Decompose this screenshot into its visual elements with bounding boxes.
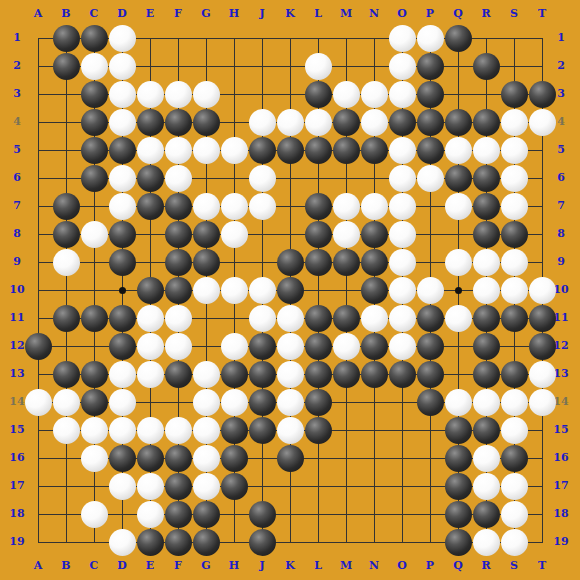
- white-stone-O3[interactable]: [389, 81, 416, 108]
- black-stone-M13[interactable]: [333, 361, 360, 388]
- black-stone-N8[interactable]: [361, 221, 388, 248]
- black-stone-K16[interactable]: [277, 445, 304, 472]
- col-label-bottom-Q: Q: [449, 559, 467, 573]
- black-stone-S16[interactable]: [501, 445, 528, 472]
- black-stone-L12[interactable]: [305, 333, 332, 360]
- black-stone-L15[interactable]: [305, 417, 332, 444]
- white-stone-N11[interactable]: [361, 305, 388, 332]
- white-stone-M7[interactable]: [333, 193, 360, 220]
- white-stone-H10[interactable]: [221, 277, 248, 304]
- white-stone-K11[interactable]: [277, 305, 304, 332]
- white-stone-S18[interactable]: [501, 501, 528, 528]
- black-stone-J5[interactable]: [249, 137, 276, 164]
- white-stone-N7[interactable]: [361, 193, 388, 220]
- black-stone-L7[interactable]: [305, 193, 332, 220]
- black-stone-M11[interactable]: [333, 305, 360, 332]
- black-stone-G19[interactable]: [193, 529, 220, 556]
- black-stone-D5[interactable]: [109, 137, 136, 164]
- col-label-top-O: O: [393, 7, 411, 21]
- white-stone-O2[interactable]: [389, 53, 416, 80]
- row-label-right-16: 16: [548, 451, 574, 465]
- col-label-top-L: L: [309, 7, 327, 21]
- white-stone-S5[interactable]: [501, 137, 528, 164]
- white-stone-T13[interactable]: [529, 361, 556, 388]
- white-stone-O1[interactable]: [389, 25, 416, 52]
- white-stone-S15[interactable]: [501, 417, 528, 444]
- black-stone-L14[interactable]: [305, 389, 332, 416]
- white-stone-R14[interactable]: [473, 389, 500, 416]
- row-label-left-1: 1: [4, 31, 30, 45]
- white-stone-D13[interactable]: [109, 361, 136, 388]
- black-stone-D11[interactable]: [109, 305, 136, 332]
- black-stone-C13[interactable]: [81, 361, 108, 388]
- black-stone-R11[interactable]: [473, 305, 500, 332]
- row-label-left-10: 10: [4, 283, 30, 297]
- white-stone-J4[interactable]: [249, 109, 276, 136]
- black-stone-N10[interactable]: [361, 277, 388, 304]
- white-stone-R5[interactable]: [473, 137, 500, 164]
- black-stone-J19[interactable]: [249, 529, 276, 556]
- black-stone-R6[interactable]: [473, 165, 500, 192]
- white-stone-E18[interactable]: [137, 501, 164, 528]
- black-stone-R7[interactable]: [473, 193, 500, 220]
- black-stone-E4[interactable]: [137, 109, 164, 136]
- black-stone-D8[interactable]: [109, 221, 136, 248]
- row-label-left-8: 8: [4, 227, 30, 241]
- white-stone-O6[interactable]: [389, 165, 416, 192]
- black-stone-Q15[interactable]: [445, 417, 472, 444]
- col-label-top-D: D: [113, 7, 131, 21]
- black-stone-P12[interactable]: [417, 333, 444, 360]
- white-stone-B9[interactable]: [53, 249, 80, 276]
- black-stone-B7[interactable]: [53, 193, 80, 220]
- black-stone-O13[interactable]: [389, 361, 416, 388]
- black-stone-R2[interactable]: [473, 53, 500, 80]
- row-label-right-19: 19: [548, 535, 574, 549]
- black-stone-R4[interactable]: [473, 109, 500, 136]
- row-label-left-3: 3: [4, 87, 30, 101]
- col-label-bottom-R: R: [477, 559, 495, 573]
- col-label-bottom-L: L: [309, 559, 327, 573]
- white-stone-K4[interactable]: [277, 109, 304, 136]
- black-stone-E16[interactable]: [137, 445, 164, 472]
- black-stone-F17[interactable]: [165, 473, 192, 500]
- row-label-right-6: 6: [548, 171, 574, 185]
- white-stone-P1[interactable]: [417, 25, 444, 52]
- white-stone-E12[interactable]: [137, 333, 164, 360]
- black-stone-E6[interactable]: [137, 165, 164, 192]
- black-stone-C4[interactable]: [81, 109, 108, 136]
- black-stone-Q18[interactable]: [445, 501, 472, 528]
- black-stone-J12[interactable]: [249, 333, 276, 360]
- row-label-right-17: 17: [548, 479, 574, 493]
- col-label-bottom-F: F: [169, 559, 187, 573]
- black-stone-R18[interactable]: [473, 501, 500, 528]
- white-stone-Q9[interactable]: [445, 249, 472, 276]
- white-stone-D4[interactable]: [109, 109, 136, 136]
- black-stone-F10[interactable]: [165, 277, 192, 304]
- black-stone-G18[interactable]: [193, 501, 220, 528]
- white-stone-S6[interactable]: [501, 165, 528, 192]
- white-stone-S7[interactable]: [501, 193, 528, 220]
- white-stone-N3[interactable]: [361, 81, 388, 108]
- black-stone-E10[interactable]: [137, 277, 164, 304]
- white-stone-E15[interactable]: [137, 417, 164, 444]
- white-stone-F6[interactable]: [165, 165, 192, 192]
- white-stone-Q14[interactable]: [445, 389, 472, 416]
- black-stone-N5[interactable]: [361, 137, 388, 164]
- black-stone-B2[interactable]: [53, 53, 80, 80]
- black-stone-G9[interactable]: [193, 249, 220, 276]
- white-stone-O10[interactable]: [389, 277, 416, 304]
- black-stone-R15[interactable]: [473, 417, 500, 444]
- white-stone-G5[interactable]: [193, 137, 220, 164]
- black-stone-D12[interactable]: [109, 333, 136, 360]
- col-label-top-Q: Q: [449, 7, 467, 21]
- row-label-left-17: 17: [4, 479, 30, 493]
- black-stone-L13[interactable]: [305, 361, 332, 388]
- col-label-top-H: H: [225, 7, 243, 21]
- white-stone-F11[interactable]: [165, 305, 192, 332]
- black-stone-P14[interactable]: [417, 389, 444, 416]
- white-stone-Q7[interactable]: [445, 193, 472, 220]
- black-stone-B11[interactable]: [53, 305, 80, 332]
- white-stone-G16[interactable]: [193, 445, 220, 472]
- white-stone-E17[interactable]: [137, 473, 164, 500]
- white-stone-S4[interactable]: [501, 109, 528, 136]
- white-stone-R16[interactable]: [473, 445, 500, 472]
- col-label-bottom-M: M: [337, 559, 355, 573]
- col-label-bottom-B: B: [57, 559, 75, 573]
- black-stone-N12[interactable]: [361, 333, 388, 360]
- white-stone-S10[interactable]: [501, 277, 528, 304]
- black-stone-M4[interactable]: [333, 109, 360, 136]
- white-stone-M12[interactable]: [333, 333, 360, 360]
- black-stone-C14[interactable]: [81, 389, 108, 416]
- black-stone-F9[interactable]: [165, 249, 192, 276]
- row-label-left-7: 7: [4, 199, 30, 213]
- row-label-left-2: 2: [4, 59, 30, 73]
- black-stone-L3[interactable]: [305, 81, 332, 108]
- white-stone-R9[interactable]: [473, 249, 500, 276]
- white-stone-O9[interactable]: [389, 249, 416, 276]
- white-stone-R10[interactable]: [473, 277, 500, 304]
- row-label-right-7: 7: [548, 199, 574, 213]
- black-stone-P4[interactable]: [417, 109, 444, 136]
- black-stone-S8[interactable]: [501, 221, 528, 248]
- white-stone-S9[interactable]: [501, 249, 528, 276]
- black-stone-D9[interactable]: [109, 249, 136, 276]
- white-stone-D7[interactable]: [109, 193, 136, 220]
- col-label-bottom-E: E: [141, 559, 159, 573]
- black-stone-O4[interactable]: [389, 109, 416, 136]
- black-stone-G8[interactable]: [193, 221, 220, 248]
- black-stone-R12[interactable]: [473, 333, 500, 360]
- white-stone-D15[interactable]: [109, 417, 136, 444]
- white-stone-H8[interactable]: [221, 221, 248, 248]
- black-stone-L8[interactable]: [305, 221, 332, 248]
- white-stone-P10[interactable]: [417, 277, 444, 304]
- white-stone-E13[interactable]: [137, 361, 164, 388]
- black-stone-K10[interactable]: [277, 277, 304, 304]
- black-stone-L11[interactable]: [305, 305, 332, 332]
- white-stone-J10[interactable]: [249, 277, 276, 304]
- col-label-top-S: S: [505, 7, 523, 21]
- row-label-right-8: 8: [548, 227, 574, 241]
- col-label-bottom-S: S: [505, 559, 523, 573]
- white-stone-C18[interactable]: [81, 501, 108, 528]
- white-stone-F3[interactable]: [165, 81, 192, 108]
- col-label-top-R: R: [477, 7, 495, 21]
- col-label-top-A: A: [29, 7, 47, 21]
- col-label-bottom-O: O: [393, 559, 411, 573]
- row-label-left-16: 16: [4, 451, 30, 465]
- col-label-top-C: C: [85, 7, 103, 21]
- white-stone-D19[interactable]: [109, 529, 136, 556]
- white-stone-T14[interactable]: [529, 389, 556, 416]
- row-label-right-9: 9: [548, 255, 574, 269]
- white-stone-F12[interactable]: [165, 333, 192, 360]
- row-label-left-18: 18: [4, 507, 30, 521]
- black-stone-C11[interactable]: [81, 305, 108, 332]
- white-stone-N4[interactable]: [361, 109, 388, 136]
- white-stone-K15[interactable]: [277, 417, 304, 444]
- row-label-left-19: 19: [4, 535, 30, 549]
- row-label-right-1: 1: [548, 31, 574, 45]
- row-label-right-18: 18: [548, 507, 574, 521]
- black-stone-E7[interactable]: [137, 193, 164, 220]
- row-label-right-2: 2: [548, 59, 574, 73]
- row-label-left-9: 9: [4, 255, 30, 269]
- col-label-bottom-J: J: [253, 559, 271, 573]
- white-stone-K13[interactable]: [277, 361, 304, 388]
- black-stone-N13[interactable]: [361, 361, 388, 388]
- white-stone-Q5[interactable]: [445, 137, 472, 164]
- black-stone-Q16[interactable]: [445, 445, 472, 472]
- hoshi-D10: [119, 287, 126, 294]
- black-stone-B8[interactable]: [53, 221, 80, 248]
- black-stone-Q1[interactable]: [445, 25, 472, 52]
- black-stone-F16[interactable]: [165, 445, 192, 472]
- white-stone-E5[interactable]: [137, 137, 164, 164]
- white-stone-D2[interactable]: [109, 53, 136, 80]
- col-label-top-B: B: [57, 7, 75, 21]
- black-stone-P3[interactable]: [417, 81, 444, 108]
- white-stone-C2[interactable]: [81, 53, 108, 80]
- white-stone-D1[interactable]: [109, 25, 136, 52]
- black-stone-A12[interactable]: [25, 333, 52, 360]
- black-stone-Q4[interactable]: [445, 109, 472, 136]
- black-stone-H16[interactable]: [221, 445, 248, 472]
- black-stone-S11[interactable]: [501, 305, 528, 332]
- white-stone-S17[interactable]: [501, 473, 528, 500]
- white-stone-D17[interactable]: [109, 473, 136, 500]
- black-stone-P2[interactable]: [417, 53, 444, 80]
- white-stone-G14[interactable]: [193, 389, 220, 416]
- white-stone-S14[interactable]: [501, 389, 528, 416]
- white-stone-P6[interactable]: [417, 165, 444, 192]
- black-stone-R8[interactable]: [473, 221, 500, 248]
- black-stone-P5[interactable]: [417, 137, 444, 164]
- col-label-bottom-P: P: [421, 559, 439, 573]
- black-stone-F8[interactable]: [165, 221, 192, 248]
- row-label-left-11: 11: [4, 311, 30, 325]
- col-label-top-M: M: [337, 7, 355, 21]
- white-stone-K14[interactable]: [277, 389, 304, 416]
- black-stone-Q6[interactable]: [445, 165, 472, 192]
- row-label-left-15: 15: [4, 423, 30, 437]
- white-stone-T10[interactable]: [529, 277, 556, 304]
- black-stone-E19[interactable]: [137, 529, 164, 556]
- black-stone-R13[interactable]: [473, 361, 500, 388]
- white-stone-D14[interactable]: [109, 389, 136, 416]
- white-stone-H12[interactable]: [221, 333, 248, 360]
- col-label-top-J: J: [253, 7, 271, 21]
- white-stone-E11[interactable]: [137, 305, 164, 332]
- go-board[interactable]: ABCDEFGHJKLMNOPQRST ABCDEFGHJKLMNOPQRST …: [0, 0, 580, 580]
- white-stone-R19[interactable]: [473, 529, 500, 556]
- black-stone-D16[interactable]: [109, 445, 136, 472]
- black-stone-M9[interactable]: [333, 249, 360, 276]
- black-stone-H13[interactable]: [221, 361, 248, 388]
- black-stone-M5[interactable]: [333, 137, 360, 164]
- black-stone-J14[interactable]: [249, 389, 276, 416]
- col-label-top-G: G: [197, 7, 215, 21]
- black-stone-Q17[interactable]: [445, 473, 472, 500]
- black-stone-F19[interactable]: [165, 529, 192, 556]
- black-stone-C6[interactable]: [81, 165, 108, 192]
- col-label-bottom-D: D: [113, 559, 131, 573]
- black-stone-L5[interactable]: [305, 137, 332, 164]
- col-label-bottom-T: T: [533, 559, 551, 573]
- black-stone-Q19[interactable]: [445, 529, 472, 556]
- white-stone-C8[interactable]: [81, 221, 108, 248]
- col-label-bottom-H: H: [225, 559, 243, 573]
- white-stone-M8[interactable]: [333, 221, 360, 248]
- white-stone-F15[interactable]: [165, 417, 192, 444]
- black-stone-J13[interactable]: [249, 361, 276, 388]
- col-label-bottom-K: K: [281, 559, 299, 573]
- black-stone-F7[interactable]: [165, 193, 192, 220]
- white-stone-G7[interactable]: [193, 193, 220, 220]
- row-label-right-5: 5: [548, 143, 574, 157]
- col-label-bottom-C: C: [85, 559, 103, 573]
- black-stone-C1[interactable]: [81, 25, 108, 52]
- white-stone-D3[interactable]: [109, 81, 136, 108]
- white-stone-C15[interactable]: [81, 417, 108, 444]
- black-stone-K5[interactable]: [277, 137, 304, 164]
- white-stone-L2[interactable]: [305, 53, 332, 80]
- black-stone-B1[interactable]: [53, 25, 80, 52]
- white-stone-K12[interactable]: [277, 333, 304, 360]
- row-label-left-5: 5: [4, 143, 30, 157]
- white-stone-B15[interactable]: [53, 417, 80, 444]
- black-stone-F18[interactable]: [165, 501, 192, 528]
- white-stone-D6[interactable]: [109, 165, 136, 192]
- white-stone-E3[interactable]: [137, 81, 164, 108]
- black-stone-N9[interactable]: [361, 249, 388, 276]
- white-stone-L4[interactable]: [305, 109, 332, 136]
- col-label-top-N: N: [365, 7, 383, 21]
- black-stone-S13[interactable]: [501, 361, 528, 388]
- col-label-top-P: P: [421, 7, 439, 21]
- black-stone-F13[interactable]: [165, 361, 192, 388]
- white-stone-H7[interactable]: [221, 193, 248, 220]
- black-stone-T11[interactable]: [529, 305, 556, 332]
- white-stone-C16[interactable]: [81, 445, 108, 472]
- black-stone-G4[interactable]: [193, 109, 220, 136]
- white-stone-O8[interactable]: [389, 221, 416, 248]
- col-label-bottom-A: A: [29, 559, 47, 573]
- col-label-bottom-G: G: [197, 559, 215, 573]
- white-stone-G13[interactable]: [193, 361, 220, 388]
- black-stone-L9[interactable]: [305, 249, 332, 276]
- black-stone-B13[interactable]: [53, 361, 80, 388]
- white-stone-J7[interactable]: [249, 193, 276, 220]
- black-stone-S3[interactable]: [501, 81, 528, 108]
- black-stone-P13[interactable]: [417, 361, 444, 388]
- black-stone-H15[interactable]: [221, 417, 248, 444]
- col-label-top-F: F: [169, 7, 187, 21]
- white-stone-Q11[interactable]: [445, 305, 472, 332]
- white-stone-B14[interactable]: [53, 389, 80, 416]
- white-stone-G17[interactable]: [193, 473, 220, 500]
- black-stone-T12[interactable]: [529, 333, 556, 360]
- white-stone-F5[interactable]: [165, 137, 192, 164]
- row-label-left-13: 13: [4, 367, 30, 381]
- hoshi-Q10: [455, 287, 462, 294]
- white-stone-G15[interactable]: [193, 417, 220, 444]
- white-stone-M3[interactable]: [333, 81, 360, 108]
- black-stone-F4[interactable]: [165, 109, 192, 136]
- black-stone-C3[interactable]: [81, 81, 108, 108]
- white-stone-A14[interactable]: [25, 389, 52, 416]
- col-label-top-T: T: [533, 7, 551, 21]
- col-label-top-K: K: [281, 7, 299, 21]
- white-stone-G10[interactable]: [193, 277, 220, 304]
- white-stone-J6[interactable]: [249, 165, 276, 192]
- black-stone-T3[interactable]: [529, 81, 556, 108]
- row-label-right-15: 15: [548, 423, 574, 437]
- white-stone-O12[interactable]: [389, 333, 416, 360]
- col-label-top-E: E: [141, 7, 159, 21]
- white-stone-H5[interactable]: [221, 137, 248, 164]
- black-stone-J18[interactable]: [249, 501, 276, 528]
- col-label-bottom-N: N: [365, 559, 383, 573]
- white-stone-J11[interactable]: [249, 305, 276, 332]
- white-stone-H14[interactable]: [221, 389, 248, 416]
- white-stone-O7[interactable]: [389, 193, 416, 220]
- white-stone-O5[interactable]: [389, 137, 416, 164]
- white-stone-S19[interactable]: [501, 529, 528, 556]
- row-label-left-6: 6: [4, 171, 30, 185]
- white-stone-O11[interactable]: [389, 305, 416, 332]
- white-stone-G3[interactable]: [193, 81, 220, 108]
- black-stone-H17[interactable]: [221, 473, 248, 500]
- white-stone-R17[interactable]: [473, 473, 500, 500]
- black-stone-J15[interactable]: [249, 417, 276, 444]
- black-stone-K9[interactable]: [277, 249, 304, 276]
- black-stone-P11[interactable]: [417, 305, 444, 332]
- row-label-left-4: 4: [4, 115, 30, 129]
- black-stone-C5[interactable]: [81, 137, 108, 164]
- white-stone-T4[interactable]: [529, 109, 556, 136]
